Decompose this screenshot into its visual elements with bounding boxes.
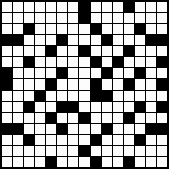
black-cell bbox=[2, 35, 12, 45]
white-cell[interactable] bbox=[102, 102, 112, 112]
white-cell[interactable] bbox=[79, 57, 89, 67]
white-cell[interactable] bbox=[124, 124, 134, 134]
white-cell[interactable] bbox=[68, 68, 78, 78]
white-cell[interactable] bbox=[124, 102, 134, 112]
black-cell bbox=[68, 102, 78, 112]
white-cell[interactable] bbox=[68, 46, 78, 56]
black-cell bbox=[91, 91, 101, 101]
black-cell bbox=[135, 68, 145, 78]
white-cell[interactable] bbox=[146, 57, 156, 67]
black-cell bbox=[124, 113, 134, 123]
white-cell[interactable] bbox=[46, 13, 56, 23]
black-cell bbox=[157, 124, 167, 134]
black-cell bbox=[102, 91, 112, 101]
white-cell[interactable] bbox=[146, 135, 156, 145]
crossword-puzzle bbox=[0, 0, 169, 169]
black-cell bbox=[57, 35, 67, 45]
white-cell[interactable] bbox=[13, 135, 23, 145]
white-cell[interactable] bbox=[113, 113, 123, 123]
white-cell[interactable] bbox=[79, 35, 89, 45]
white-cell[interactable] bbox=[102, 113, 112, 123]
white-cell[interactable] bbox=[146, 24, 156, 34]
black-cell bbox=[79, 46, 89, 56]
black-cell bbox=[157, 102, 167, 112]
black-cell bbox=[24, 135, 34, 145]
black-cell bbox=[146, 124, 156, 134]
black-cell bbox=[157, 57, 167, 67]
black-cell bbox=[79, 113, 89, 123]
white-cell[interactable] bbox=[24, 2, 34, 12]
black-cell bbox=[102, 35, 112, 45]
white-cell[interactable] bbox=[2, 157, 12, 167]
white-cell[interactable] bbox=[146, 91, 156, 101]
white-cell[interactable] bbox=[135, 157, 145, 167]
white-cell[interactable] bbox=[2, 113, 12, 123]
white-cell[interactable] bbox=[124, 135, 134, 145]
white-cell[interactable] bbox=[124, 68, 134, 78]
white-cell[interactable] bbox=[113, 157, 123, 167]
white-cell[interactable] bbox=[46, 2, 56, 12]
white-cell[interactable] bbox=[157, 24, 167, 34]
black-cell bbox=[13, 124, 23, 134]
white-cell[interactable] bbox=[113, 135, 123, 145]
white-cell[interactable] bbox=[68, 2, 78, 12]
black-cell bbox=[146, 35, 156, 45]
white-cell[interactable] bbox=[13, 13, 23, 23]
black-cell bbox=[102, 124, 112, 134]
white-cell[interactable] bbox=[135, 57, 145, 67]
white-cell[interactable] bbox=[102, 157, 112, 167]
white-cell[interactable] bbox=[113, 102, 123, 112]
white-cell[interactable] bbox=[91, 102, 101, 112]
white-cell[interactable] bbox=[2, 24, 12, 34]
white-cell[interactable] bbox=[24, 68, 34, 78]
white-cell[interactable] bbox=[157, 2, 167, 12]
black-cell bbox=[79, 146, 89, 156]
white-cell[interactable] bbox=[113, 146, 123, 156]
white-cell[interactable] bbox=[102, 79, 112, 89]
white-cell[interactable] bbox=[157, 157, 167, 167]
white-cell[interactable] bbox=[57, 135, 67, 145]
white-cell[interactable] bbox=[146, 2, 156, 12]
white-cell[interactable] bbox=[124, 24, 134, 34]
white-cell[interactable] bbox=[113, 79, 123, 89]
white-cell[interactable] bbox=[57, 91, 67, 101]
white-cell[interactable] bbox=[79, 24, 89, 34]
white-cell[interactable] bbox=[135, 2, 145, 12]
black-cell bbox=[2, 124, 12, 134]
black-cell bbox=[91, 79, 101, 89]
white-cell[interactable] bbox=[13, 24, 23, 34]
white-cell[interactable] bbox=[35, 102, 45, 112]
white-cell[interactable] bbox=[2, 46, 12, 56]
black-cell bbox=[46, 46, 56, 56]
white-cell[interactable] bbox=[57, 24, 67, 34]
white-cell[interactable] bbox=[102, 2, 112, 12]
white-cell[interactable] bbox=[79, 135, 89, 145]
black-cell bbox=[57, 68, 67, 78]
white-cell[interactable] bbox=[135, 124, 145, 134]
black-cell bbox=[124, 46, 134, 56]
white-cell[interactable] bbox=[57, 2, 67, 12]
white-cell[interactable] bbox=[13, 113, 23, 123]
white-cell[interactable] bbox=[35, 57, 45, 67]
white-cell[interactable] bbox=[135, 46, 145, 56]
white-cell[interactable] bbox=[146, 46, 156, 56]
white-cell[interactable] bbox=[57, 13, 67, 23]
black-cell bbox=[157, 79, 167, 89]
white-cell[interactable] bbox=[13, 57, 23, 67]
black-cell bbox=[91, 157, 101, 167]
white-cell[interactable] bbox=[68, 24, 78, 34]
white-cell[interactable] bbox=[2, 146, 12, 156]
white-cell[interactable] bbox=[46, 57, 56, 67]
white-cell[interactable] bbox=[24, 113, 34, 123]
white-cell[interactable] bbox=[46, 124, 56, 134]
white-cell[interactable] bbox=[57, 113, 67, 123]
black-cell bbox=[124, 79, 134, 89]
white-cell[interactable] bbox=[146, 68, 156, 78]
white-cell[interactable] bbox=[24, 46, 34, 56]
white-cell[interactable] bbox=[35, 46, 45, 56]
white-cell[interactable] bbox=[79, 68, 89, 78]
white-cell[interactable] bbox=[35, 146, 45, 156]
white-cell[interactable] bbox=[68, 113, 78, 123]
white-cell[interactable] bbox=[113, 91, 123, 101]
black-cell bbox=[157, 35, 167, 45]
black-cell bbox=[124, 2, 134, 12]
white-cell[interactable] bbox=[102, 13, 112, 23]
white-cell[interactable] bbox=[102, 24, 112, 34]
black-cell bbox=[24, 57, 34, 67]
black-cell bbox=[91, 24, 101, 34]
white-cell[interactable] bbox=[13, 102, 23, 112]
white-cell[interactable] bbox=[102, 46, 112, 56]
white-cell[interactable] bbox=[35, 68, 45, 78]
white-cell[interactable] bbox=[79, 79, 89, 89]
white-cell[interactable] bbox=[35, 157, 45, 167]
black-cell bbox=[124, 157, 134, 167]
black-cell bbox=[46, 113, 56, 123]
black-cell bbox=[57, 124, 67, 134]
black-cell bbox=[24, 102, 34, 112]
black-cell bbox=[2, 79, 12, 89]
white-cell[interactable] bbox=[46, 102, 56, 112]
black-cell bbox=[102, 68, 112, 78]
white-cell[interactable] bbox=[157, 135, 167, 145]
white-cell[interactable] bbox=[68, 146, 78, 156]
white-cell[interactable] bbox=[91, 146, 101, 156]
white-cell[interactable] bbox=[24, 35, 34, 45]
white-cell[interactable] bbox=[79, 91, 89, 101]
white-cell[interactable] bbox=[35, 135, 45, 145]
black-cell bbox=[91, 135, 101, 145]
white-cell[interactable] bbox=[68, 135, 78, 145]
white-cell[interactable] bbox=[157, 68, 167, 78]
white-cell[interactable] bbox=[68, 57, 78, 67]
black-cell bbox=[113, 57, 123, 67]
black-cell bbox=[13, 35, 23, 45]
white-cell[interactable] bbox=[46, 35, 56, 45]
white-cell[interactable] bbox=[13, 146, 23, 156]
white-cell[interactable] bbox=[68, 124, 78, 134]
black-cell bbox=[135, 135, 145, 145]
white-cell[interactable] bbox=[13, 79, 23, 89]
white-cell[interactable] bbox=[124, 35, 134, 45]
white-cell[interactable] bbox=[146, 13, 156, 23]
white-cell[interactable] bbox=[46, 24, 56, 34]
white-cell[interactable] bbox=[2, 2, 12, 12]
black-cell bbox=[79, 13, 89, 23]
white-cell[interactable] bbox=[68, 79, 78, 89]
white-cell[interactable] bbox=[35, 79, 45, 89]
white-cell[interactable] bbox=[24, 146, 34, 156]
white-cell[interactable] bbox=[91, 46, 101, 56]
white-cell[interactable] bbox=[2, 135, 12, 145]
white-cell[interactable] bbox=[46, 68, 56, 78]
white-cell[interactable] bbox=[135, 146, 145, 156]
white-cell[interactable] bbox=[68, 91, 78, 101]
black-cell bbox=[91, 57, 101, 67]
white-cell[interactable] bbox=[46, 135, 56, 145]
white-cell[interactable] bbox=[113, 124, 123, 134]
white-cell[interactable] bbox=[113, 2, 123, 12]
white-cell[interactable] bbox=[68, 35, 78, 45]
white-cell[interactable] bbox=[113, 68, 123, 78]
black-cell bbox=[46, 79, 56, 89]
white-cell[interactable] bbox=[91, 68, 101, 78]
white-cell[interactable] bbox=[113, 13, 123, 23]
white-cell[interactable] bbox=[57, 57, 67, 67]
white-cell[interactable] bbox=[113, 35, 123, 45]
white-cell[interactable] bbox=[57, 157, 67, 167]
white-cell[interactable] bbox=[102, 146, 112, 156]
white-cell[interactable] bbox=[35, 13, 45, 23]
white-cell[interactable] bbox=[135, 35, 145, 45]
white-cell[interactable] bbox=[135, 91, 145, 101]
white-cell[interactable] bbox=[124, 13, 134, 23]
black-cell bbox=[57, 102, 67, 112]
white-cell[interactable] bbox=[102, 135, 112, 145]
white-cell[interactable] bbox=[157, 113, 167, 123]
white-cell[interactable] bbox=[13, 157, 23, 167]
crossword-grid bbox=[0, 0, 169, 169]
white-cell[interactable] bbox=[13, 68, 23, 78]
white-cell[interactable] bbox=[124, 57, 134, 67]
white-cell[interactable] bbox=[68, 157, 78, 167]
white-cell[interactable] bbox=[57, 79, 67, 89]
white-cell[interactable] bbox=[46, 91, 56, 101]
white-cell[interactable] bbox=[146, 113, 156, 123]
white-cell[interactable] bbox=[113, 24, 123, 34]
white-cell[interactable] bbox=[146, 146, 156, 156]
white-cell[interactable] bbox=[91, 35, 101, 45]
black-cell bbox=[46, 157, 56, 167]
white-cell[interactable] bbox=[146, 157, 156, 167]
white-cell[interactable] bbox=[79, 102, 89, 112]
white-cell[interactable] bbox=[13, 46, 23, 56]
white-cell[interactable] bbox=[79, 157, 89, 167]
white-cell[interactable] bbox=[35, 113, 45, 123]
white-cell[interactable] bbox=[124, 91, 134, 101]
white-cell[interactable] bbox=[35, 24, 45, 34]
white-cell[interactable] bbox=[2, 57, 12, 67]
white-cell[interactable] bbox=[2, 91, 12, 101]
white-cell[interactable] bbox=[24, 157, 34, 167]
black-cell bbox=[24, 24, 34, 34]
white-cell[interactable] bbox=[24, 79, 34, 89]
black-cell bbox=[35, 91, 45, 101]
black-cell bbox=[135, 102, 145, 112]
white-cell[interactable] bbox=[46, 146, 56, 156]
white-cell[interactable] bbox=[157, 146, 167, 156]
white-cell[interactable] bbox=[91, 2, 101, 12]
white-cell[interactable] bbox=[113, 46, 123, 56]
black-cell bbox=[79, 2, 89, 12]
white-cell[interactable] bbox=[91, 124, 101, 134]
white-cell[interactable] bbox=[24, 91, 34, 101]
white-cell[interactable] bbox=[57, 146, 67, 156]
white-cell[interactable] bbox=[13, 91, 23, 101]
white-cell[interactable] bbox=[124, 146, 134, 156]
white-cell[interactable] bbox=[135, 113, 145, 123]
white-cell[interactable] bbox=[24, 13, 34, 23]
white-cell[interactable] bbox=[35, 124, 45, 134]
white-cell[interactable] bbox=[91, 13, 101, 23]
white-cell[interactable] bbox=[68, 13, 78, 23]
black-cell bbox=[2, 68, 12, 78]
white-cell[interactable] bbox=[24, 124, 34, 134]
white-cell[interactable] bbox=[157, 91, 167, 101]
white-cell[interactable] bbox=[91, 113, 101, 123]
white-cell[interactable] bbox=[157, 13, 167, 23]
white-cell[interactable] bbox=[79, 124, 89, 134]
white-cell[interactable] bbox=[157, 46, 167, 56]
white-cell[interactable] bbox=[146, 79, 156, 89]
white-cell[interactable] bbox=[135, 13, 145, 23]
black-cell bbox=[135, 24, 145, 34]
white-cell[interactable] bbox=[135, 79, 145, 89]
white-cell[interactable] bbox=[35, 35, 45, 45]
white-cell[interactable] bbox=[2, 13, 12, 23]
white-cell[interactable] bbox=[146, 102, 156, 112]
white-cell[interactable] bbox=[2, 102, 12, 112]
white-cell[interactable] bbox=[35, 2, 45, 12]
white-cell[interactable] bbox=[102, 57, 112, 67]
white-cell[interactable] bbox=[13, 2, 23, 12]
white-cell[interactable] bbox=[57, 46, 67, 56]
